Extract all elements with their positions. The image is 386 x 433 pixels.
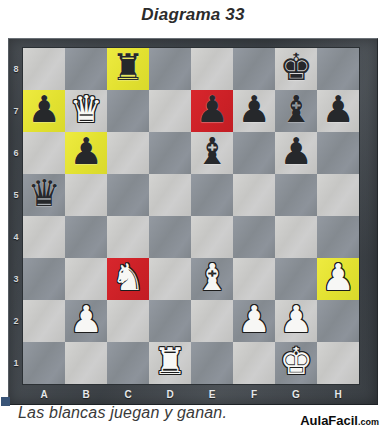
- brand-name: AulaFacil: [300, 413, 358, 428]
- square-a1[interactable]: [23, 342, 65, 384]
- square-d5[interactable]: [149, 174, 191, 216]
- square-f7[interactable]: ♟: [233, 90, 275, 132]
- black-rook-c8: ♜: [111, 48, 144, 89]
- square-d7[interactable]: [149, 90, 191, 132]
- square-g2[interactable]: ♟: [275, 300, 317, 342]
- chess-board-frame: 87654321 ♜♚♟♛♟♟♝♟♟♝♟♛♞♝♟♟♟♟♜♚ ABCDEFGH: [8, 38, 378, 405]
- black-king-g8: ♚: [279, 48, 312, 89]
- black-queen-a5: ♛: [27, 174, 60, 215]
- square-b2[interactable]: ♟: [65, 300, 107, 342]
- square-b3[interactable]: [65, 258, 107, 300]
- square-a5[interactable]: ♛: [23, 174, 65, 216]
- diagram-title: Diagrama 33: [0, 5, 386, 25]
- black-pawn-h7: ♟: [321, 90, 354, 131]
- square-f2[interactable]: ♟: [233, 300, 275, 342]
- white-pawn-b2: ♟: [69, 300, 102, 341]
- square-c5[interactable]: [107, 174, 149, 216]
- square-e3[interactable]: ♝: [191, 258, 233, 300]
- square-e4[interactable]: [191, 216, 233, 258]
- rank-label-5: 5: [9, 174, 23, 216]
- rank-label-7: 7: [9, 90, 23, 132]
- rank-label-1: 1: [9, 342, 23, 384]
- file-label-G: G: [275, 385, 317, 404]
- square-e5[interactable]: [191, 174, 233, 216]
- black-pawn-g6: ♟: [279, 132, 312, 173]
- square-h6[interactable]: [317, 132, 359, 174]
- file-label-E: E: [191, 385, 233, 404]
- rank-labels: 87654321: [9, 48, 23, 384]
- square-h3[interactable]: ♟: [317, 258, 359, 300]
- square-c3[interactable]: ♞: [107, 258, 149, 300]
- square-h4[interactable]: [317, 216, 359, 258]
- square-b7[interactable]: ♛: [65, 90, 107, 132]
- square-b6[interactable]: ♟: [65, 132, 107, 174]
- square-h8[interactable]: [317, 48, 359, 90]
- square-h1[interactable]: [317, 342, 359, 384]
- square-e8[interactable]: [191, 48, 233, 90]
- square-g5[interactable]: [275, 174, 317, 216]
- square-c7[interactable]: [107, 90, 149, 132]
- square-a4[interactable]: [23, 216, 65, 258]
- black-bishop-g7: ♝: [279, 90, 312, 131]
- chess-board: ♜♚♟♛♟♟♝♟♟♝♟♛♞♝♟♟♟♟♜♚: [23, 48, 359, 384]
- rank-label-8: 8: [9, 48, 23, 90]
- square-a7[interactable]: ♟: [23, 90, 65, 132]
- square-g7[interactable]: ♝: [275, 90, 317, 132]
- square-e1[interactable]: [191, 342, 233, 384]
- square-a3[interactable]: [23, 258, 65, 300]
- square-h7[interactable]: ♟: [317, 90, 359, 132]
- black-bishop-e6: ♝: [195, 132, 228, 173]
- square-f3[interactable]: [233, 258, 275, 300]
- square-g3[interactable]: [275, 258, 317, 300]
- square-d4[interactable]: [149, 216, 191, 258]
- file-labels: ABCDEFGH: [23, 385, 359, 404]
- square-c1[interactable]: [107, 342, 149, 384]
- square-d6[interactable]: [149, 132, 191, 174]
- square-a6[interactable]: [23, 132, 65, 174]
- white-king-g1: ♚: [279, 342, 312, 383]
- square-d2[interactable]: [149, 300, 191, 342]
- caption-text: Las blancas juegan y ganan.: [18, 404, 227, 422]
- square-b1[interactable]: [65, 342, 107, 384]
- square-c8[interactable]: ♜: [107, 48, 149, 90]
- black-pawn-a7: ♟: [27, 90, 60, 131]
- square-g1[interactable]: ♚: [275, 342, 317, 384]
- square-b4[interactable]: [65, 216, 107, 258]
- white-knight-c3: ♞: [111, 258, 144, 299]
- square-a2[interactable]: [23, 300, 65, 342]
- square-e2[interactable]: [191, 300, 233, 342]
- square-e7[interactable]: ♟: [191, 90, 233, 132]
- square-d3[interactable]: [149, 258, 191, 300]
- square-d1[interactable]: ♜: [149, 342, 191, 384]
- file-label-B: B: [65, 385, 107, 404]
- square-f6[interactable]: [233, 132, 275, 174]
- square-d8[interactable]: [149, 48, 191, 90]
- white-bishop-e3: ♝: [195, 258, 228, 299]
- brand-tld: .com: [358, 417, 379, 427]
- rank-label-4: 4: [9, 216, 23, 258]
- white-pawn-f2: ♟: [237, 300, 270, 341]
- brand-logo: AulaFacil.com: [300, 411, 379, 429]
- square-f1[interactable]: [233, 342, 275, 384]
- square-e6[interactable]: ♝: [191, 132, 233, 174]
- square-f4[interactable]: [233, 216, 275, 258]
- square-h5[interactable]: [317, 174, 359, 216]
- square-f8[interactable]: [233, 48, 275, 90]
- square-b5[interactable]: [65, 174, 107, 216]
- square-f5[interactable]: [233, 174, 275, 216]
- square-b8[interactable]: [65, 48, 107, 90]
- square-g6[interactable]: ♟: [275, 132, 317, 174]
- square-c6[interactable]: [107, 132, 149, 174]
- white-pawn-g2: ♟: [279, 300, 312, 341]
- rank-label-6: 6: [9, 132, 23, 174]
- file-label-D: D: [149, 385, 191, 404]
- white-pawn-h3: ♟: [321, 258, 354, 299]
- file-label-C: C: [107, 385, 149, 404]
- black-pawn-f7: ♟: [237, 90, 270, 131]
- square-c2[interactable]: [107, 300, 149, 342]
- square-h2[interactable]: [317, 300, 359, 342]
- square-c4[interactable]: [107, 216, 149, 258]
- file-label-H: H: [317, 385, 359, 404]
- blue-bullet: [1, 397, 10, 406]
- square-g4[interactable]: [275, 216, 317, 258]
- white-queen-b7: ♛: [69, 90, 102, 131]
- white-rook-d1: ♜: [153, 342, 186, 383]
- square-a8[interactable]: [23, 48, 65, 90]
- rank-label-3: 3: [9, 258, 23, 300]
- rank-label-2: 2: [9, 300, 23, 342]
- file-label-F: F: [233, 385, 275, 404]
- square-g8[interactable]: ♚: [275, 48, 317, 90]
- file-label-A: A: [23, 385, 65, 404]
- black-pawn-e7: ♟: [195, 90, 228, 131]
- black-pawn-b6: ♟: [69, 132, 102, 173]
